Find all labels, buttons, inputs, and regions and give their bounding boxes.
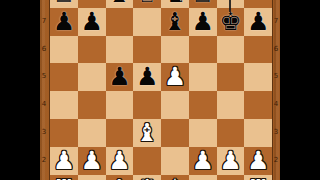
- square-a6[interactable]: [50, 36, 78, 64]
- rank-label-left-7: 7: [40, 17, 48, 25]
- square-d8[interactable]: ♛: [133, 0, 161, 8]
- square-a4[interactable]: [50, 91, 78, 119]
- square-f6[interactable]: [189, 36, 217, 64]
- square-e4[interactable]: [161, 91, 189, 119]
- square-d3[interactable]: ♝: [133, 119, 161, 147]
- piece-bB-c8[interactable]: ♝: [106, 0, 134, 8]
- square-b6[interactable]: [78, 36, 106, 64]
- piece-wQ-d1[interactable]: ♛: [133, 175, 161, 180]
- video-frame: ♜♝♛♞♜♟♟♝♟♚♟♟♟♟♝♟♟♟♟♟♟♜♝♛♚♜ 765432 765432: [0, 0, 320, 180]
- square-f3[interactable]: [189, 119, 217, 147]
- square-d7[interactable]: [133, 8, 161, 36]
- square-f1[interactable]: [189, 175, 217, 180]
- square-h6[interactable]: [244, 36, 272, 64]
- square-e5[interactable]: ♟: [161, 63, 189, 91]
- piece-wP-c2[interactable]: ♟: [106, 147, 134, 175]
- square-a1[interactable]: ♜: [50, 175, 78, 180]
- square-e7[interactable]: ♝: [161, 8, 189, 36]
- square-h3[interactable]: [244, 119, 272, 147]
- piece-wR-a1[interactable]: ♜: [50, 175, 78, 180]
- rank-label-left-5: 5: [40, 72, 48, 80]
- square-b4[interactable]: [78, 91, 106, 119]
- square-b3[interactable]: [78, 119, 106, 147]
- square-c7[interactable]: [106, 8, 134, 36]
- square-h5[interactable]: [244, 63, 272, 91]
- rank-label-right-4: 4: [272, 100, 280, 108]
- square-e3[interactable]: [161, 119, 189, 147]
- piece-bP-h7[interactable]: ♟: [244, 8, 272, 36]
- piece-bP-d5[interactable]: ♟: [133, 63, 161, 91]
- square-h2[interactable]: ♟: [244, 147, 272, 175]
- square-a3[interactable]: [50, 119, 78, 147]
- square-d1[interactable]: ♛: [133, 175, 161, 180]
- square-b1[interactable]: [78, 175, 106, 180]
- square-b5[interactable]: [78, 63, 106, 91]
- piece-wP-e5[interactable]: ♟: [161, 63, 189, 91]
- square-g1[interactable]: [217, 175, 245, 180]
- square-d2[interactable]: [133, 147, 161, 175]
- square-e1[interactable]: ♚: [161, 175, 189, 180]
- square-h4[interactable]: [244, 91, 272, 119]
- square-g2[interactable]: ♟: [217, 147, 245, 175]
- square-c1[interactable]: ♝: [106, 175, 134, 180]
- piece-bP-c5[interactable]: ♟: [106, 63, 134, 91]
- chess-board[interactable]: ♜♝♛♞♜♟♟♝♟♚♟♟♟♟♝♟♟♟♟♟♟♜♝♛♚♜: [49, 0, 273, 180]
- square-c6[interactable]: [106, 36, 134, 64]
- square-d5[interactable]: ♟: [133, 63, 161, 91]
- square-d4[interactable]: [133, 91, 161, 119]
- square-f7[interactable]: ♟: [189, 8, 217, 36]
- square-c4[interactable]: [106, 91, 134, 119]
- piece-wB-c1[interactable]: ♝: [106, 175, 134, 180]
- piece-wP-a2[interactable]: ♟: [50, 147, 78, 175]
- square-e6[interactable]: [161, 36, 189, 64]
- piece-wK-e1[interactable]: ♚: [161, 175, 189, 180]
- rank-label-right-7: 7: [272, 17, 280, 25]
- square-g6[interactable]: [217, 36, 245, 64]
- piece-wP-f2[interactable]: ♟: [189, 147, 217, 175]
- square-g4[interactable]: [217, 91, 245, 119]
- piece-wP-b2[interactable]: ♟: [78, 147, 106, 175]
- piece-bQ-d8[interactable]: ♛: [133, 0, 161, 8]
- piece-bP-b7[interactable]: ♟: [78, 8, 106, 36]
- piece-wB-d3[interactable]: ♝: [133, 119, 161, 147]
- rank-label-right-6: 6: [272, 45, 280, 53]
- piece-wP-g2[interactable]: ♟: [217, 147, 245, 175]
- piece-bP-a7[interactable]: ♟: [50, 8, 78, 36]
- piece-bB-e7[interactable]: ♝: [161, 8, 189, 36]
- rank-label-right-2: 2: [272, 156, 280, 164]
- chess-board-frame: ♜♝♛♞♜♟♟♝♟♚♟♟♟♟♝♟♟♟♟♟♟♜♝♛♚♜ 765432 765432: [40, 0, 280, 180]
- square-b2[interactable]: ♟: [78, 147, 106, 175]
- rank-label-left-2: 2: [40, 156, 48, 164]
- square-c2[interactable]: ♟: [106, 147, 134, 175]
- piece-wP-h2[interactable]: ♟: [244, 147, 272, 175]
- rank-label-right-5: 5: [272, 72, 280, 80]
- rank-label-left-4: 4: [40, 100, 48, 108]
- square-b7[interactable]: ♟: [78, 8, 106, 36]
- square-c5[interactable]: ♟: [106, 63, 134, 91]
- square-f2[interactable]: ♟: [189, 147, 217, 175]
- square-h7[interactable]: ♟: [244, 8, 272, 36]
- cursor-line: [229, 0, 231, 12]
- square-e2[interactable]: [161, 147, 189, 175]
- square-a7[interactable]: ♟: [50, 8, 78, 36]
- piece-wR-h1[interactable]: ♜: [244, 175, 272, 180]
- rank-label-right-3: 3: [272, 128, 280, 136]
- square-g5[interactable]: [217, 63, 245, 91]
- square-g3[interactable]: [217, 119, 245, 147]
- square-a2[interactable]: ♟: [50, 147, 78, 175]
- piece-bP-f7[interactable]: ♟: [189, 8, 217, 36]
- square-c8[interactable]: ♝: [106, 0, 134, 8]
- square-c3[interactable]: [106, 119, 134, 147]
- square-f5[interactable]: [189, 63, 217, 91]
- square-h1[interactable]: ♜: [244, 175, 272, 180]
- square-f4[interactable]: [189, 91, 217, 119]
- square-a5[interactable]: [50, 63, 78, 91]
- square-d6[interactable]: [133, 36, 161, 64]
- rank-label-left-3: 3: [40, 128, 48, 136]
- rank-label-left-6: 6: [40, 45, 48, 53]
